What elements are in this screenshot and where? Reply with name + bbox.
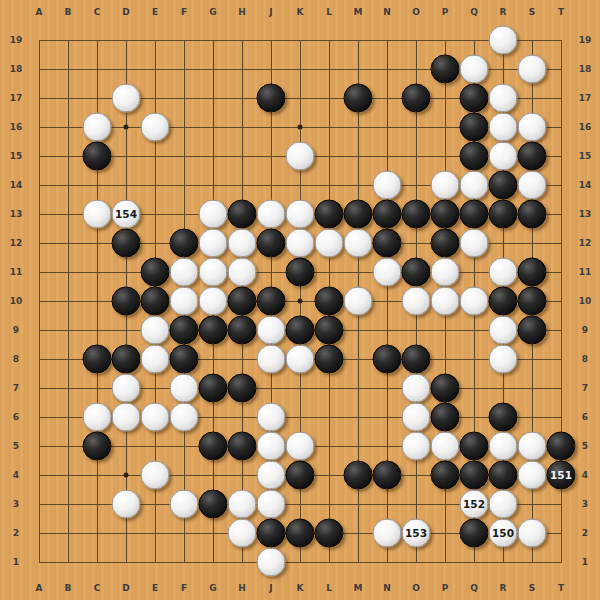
intersection-H1[interactable]: [228, 548, 257, 577]
intersection-O14[interactable]: [402, 171, 431, 200]
intersection-D2[interactable]: [112, 519, 141, 548]
intersection-R18[interactable]: [489, 55, 518, 84]
row-label-right-15: 15: [579, 151, 592, 161]
intersection-F16[interactable]: [170, 113, 199, 142]
intersection-A15[interactable]: [25, 142, 54, 171]
black-stone-Q5: [460, 432, 489, 461]
white-stone-G12: [199, 229, 228, 258]
intersection-K17[interactable]: [286, 84, 315, 113]
intersection-T16[interactable]: [547, 113, 576, 142]
white-stone-F11: [170, 258, 199, 287]
intersection-T2[interactable]: [547, 519, 576, 548]
col-label-bottom-H: H: [238, 583, 246, 593]
intersection-L4[interactable]: [315, 461, 344, 490]
intersection-G1[interactable]: [199, 548, 228, 577]
intersection-P16[interactable]: [431, 113, 460, 142]
intersection-M19[interactable]: [344, 26, 373, 55]
intersection-A10[interactable]: [25, 287, 54, 316]
intersection-T1[interactable]: [547, 548, 576, 577]
intersection-A7[interactable]: [25, 374, 54, 403]
move-number-152: 152: [463, 499, 485, 510]
intersection-C17[interactable]: [83, 84, 112, 113]
intersection-E19[interactable]: [141, 26, 170, 55]
intersection-L3[interactable]: [315, 490, 344, 519]
intersection-O12[interactable]: [402, 229, 431, 258]
intersection-E7[interactable]: [141, 374, 170, 403]
intersection-H19[interactable]: [228, 26, 257, 55]
move-number-151: 151: [550, 470, 572, 481]
black-stone-H9: [228, 316, 257, 345]
white-stone-S18: [518, 55, 547, 84]
intersection-F4[interactable]: [170, 461, 199, 490]
intersection-B4[interactable]: [54, 461, 83, 490]
black-stone-J17: [257, 84, 286, 113]
intersection-K6[interactable]: [286, 403, 315, 432]
intersection-A8[interactable]: [25, 345, 54, 374]
intersection-B6[interactable]: [54, 403, 83, 432]
intersection-H16[interactable]: [228, 113, 257, 142]
intersection-T13[interactable]: [547, 200, 576, 229]
intersection-D14[interactable]: [112, 171, 141, 200]
intersection-M7[interactable]: [344, 374, 373, 403]
intersection-T6[interactable]: [547, 403, 576, 432]
intersection-C14[interactable]: [83, 171, 112, 200]
row-label-right-13: 13: [579, 209, 592, 219]
black-stone-D12: [112, 229, 141, 258]
intersection-J7[interactable]: [257, 374, 286, 403]
white-stone-K15: [286, 142, 315, 171]
intersection-L19[interactable]: [315, 26, 344, 55]
intersection-D9[interactable]: [112, 316, 141, 345]
intersection-A18[interactable]: [25, 55, 54, 84]
intersection-L18[interactable]: [315, 55, 344, 84]
intersection-L5[interactable]: [315, 432, 344, 461]
white-stone-D13: 154: [112, 200, 141, 229]
intersection-K3[interactable]: [286, 490, 315, 519]
intersection-N15[interactable]: [373, 142, 402, 171]
intersection-A19[interactable]: [25, 26, 54, 55]
intersection-C2[interactable]: [83, 519, 112, 548]
intersection-B19[interactable]: [54, 26, 83, 55]
black-stone-S9: [518, 316, 547, 345]
white-stone-F6: [170, 403, 199, 432]
intersection-F1[interactable]: [170, 548, 199, 577]
white-stone-E16: [141, 113, 170, 142]
intersection-C3[interactable]: [83, 490, 112, 519]
intersection-O3[interactable]: [402, 490, 431, 519]
intersection-T9[interactable]: [547, 316, 576, 345]
intersection-K1[interactable]: [286, 548, 315, 577]
intersection-F19[interactable]: [170, 26, 199, 55]
intersection-H14[interactable]: [228, 171, 257, 200]
intersection-D11[interactable]: [112, 258, 141, 287]
intersection-M18[interactable]: [344, 55, 373, 84]
intersection-G18[interactable]: [199, 55, 228, 84]
intersection-C19[interactable]: [83, 26, 112, 55]
intersection-T11[interactable]: [547, 258, 576, 287]
intersection-C1[interactable]: [83, 548, 112, 577]
row-label-left-11: 11: [10, 267, 23, 277]
intersection-A14[interactable]: [25, 171, 54, 200]
black-stone-G3: [199, 490, 228, 519]
intersection-N18[interactable]: [373, 55, 402, 84]
row-label-right-6: 6: [582, 412, 588, 422]
intersection-D19[interactable]: [112, 26, 141, 55]
intersection-C10[interactable]: [83, 287, 112, 316]
intersection-F17[interactable]: [170, 84, 199, 113]
black-stone-M17: [344, 84, 373, 113]
row-label-left-3: 3: [13, 499, 19, 509]
black-stone-H10: [228, 287, 257, 316]
intersection-L6[interactable]: [315, 403, 344, 432]
intersection-F18[interactable]: [170, 55, 199, 84]
intersection-B13[interactable]: [54, 200, 83, 229]
intersection-A6[interactable]: [25, 403, 54, 432]
intersection-F13[interactable]: [170, 200, 199, 229]
white-stone-K13: [286, 200, 315, 229]
intersection-P17[interactable]: [431, 84, 460, 113]
intersection-C7[interactable]: [83, 374, 112, 403]
black-stone-C15: [83, 142, 112, 171]
intersection-M2[interactable]: [344, 519, 373, 548]
col-label-top-S: S: [529, 7, 535, 17]
intersection-S1[interactable]: [518, 548, 547, 577]
intersection-O18[interactable]: [402, 55, 431, 84]
intersection-T15[interactable]: [547, 142, 576, 171]
intersection-A12[interactable]: [25, 229, 54, 258]
intersection-S19[interactable]: [518, 26, 547, 55]
intersection-O19[interactable]: [402, 26, 431, 55]
intersection-E14[interactable]: [141, 171, 170, 200]
intersection-M11[interactable]: [344, 258, 373, 287]
intersection-B16[interactable]: [54, 113, 83, 142]
intersection-O1[interactable]: [402, 548, 431, 577]
black-stone-T5: [547, 432, 576, 461]
black-stone-S11: [518, 258, 547, 287]
intersection-M5[interactable]: [344, 432, 373, 461]
intersection-A11[interactable]: [25, 258, 54, 287]
intersection-J16[interactable]: [257, 113, 286, 142]
intersection-D15[interactable]: [112, 142, 141, 171]
row-label-right-5: 5: [582, 441, 588, 451]
intersection-E3[interactable]: [141, 490, 170, 519]
intersection-T19[interactable]: [547, 26, 576, 55]
intersection-M14[interactable]: [344, 171, 373, 200]
intersection-Q11[interactable]: [460, 258, 489, 287]
row-label-left-14: 14: [10, 180, 23, 190]
row-label-right-3: 3: [582, 499, 588, 509]
intersection-S8[interactable]: [518, 345, 547, 374]
intersection-Q7[interactable]: [460, 374, 489, 403]
col-label-top-R: R: [500, 7, 507, 17]
intersection-O16[interactable]: [402, 113, 431, 142]
intersection-E13[interactable]: [141, 200, 170, 229]
intersection-N17[interactable]: [373, 84, 402, 113]
white-stone-J3: [257, 490, 286, 519]
intersection-K16[interactable]: [286, 113, 315, 142]
intersection-T3[interactable]: [547, 490, 576, 519]
white-stone-P14: [431, 171, 460, 200]
intersection-D1[interactable]: [112, 548, 141, 577]
intersection-S12[interactable]: [518, 229, 547, 258]
intersection-O9[interactable]: [402, 316, 431, 345]
intersection-A4[interactable]: [25, 461, 54, 490]
intersection-E5[interactable]: [141, 432, 170, 461]
intersection-G8[interactable]: [199, 345, 228, 374]
intersection-A17[interactable]: [25, 84, 54, 113]
black-stone-S10: [518, 287, 547, 316]
intersection-E18[interactable]: [141, 55, 170, 84]
col-label-bottom-A: A: [36, 583, 43, 593]
intersection-T8[interactable]: [547, 345, 576, 374]
row-label-right-8: 8: [582, 354, 588, 364]
black-stone-K2: [286, 519, 315, 548]
row-label-right-4: 4: [582, 470, 588, 480]
white-stone-J1: [257, 548, 286, 577]
intersection-C12[interactable]: [83, 229, 112, 258]
row-label-right-19: 19: [579, 35, 592, 45]
black-stone-R14: [489, 171, 518, 200]
intersection-N19[interactable]: [373, 26, 402, 55]
intersection-H17[interactable]: [228, 84, 257, 113]
intersection-B14[interactable]: [54, 171, 83, 200]
intersection-N6[interactable]: [373, 403, 402, 432]
intersection-B18[interactable]: [54, 55, 83, 84]
intersection-A5[interactable]: [25, 432, 54, 461]
intersection-T14[interactable]: [547, 171, 576, 200]
intersection-B8[interactable]: [54, 345, 83, 374]
intersection-Q19[interactable]: [460, 26, 489, 55]
intersection-M15[interactable]: [344, 142, 373, 171]
intersection-J14[interactable]: [257, 171, 286, 200]
intersection-S17[interactable]: [518, 84, 547, 113]
intersection-B9[interactable]: [54, 316, 83, 345]
col-label-top-T: T: [558, 7, 564, 17]
intersection-Q9[interactable]: [460, 316, 489, 345]
intersection-E2[interactable]: [141, 519, 170, 548]
white-stone-R16: [489, 113, 518, 142]
intersection-T18[interactable]: [547, 55, 576, 84]
intersection-H18[interactable]: [228, 55, 257, 84]
intersection-H6[interactable]: [228, 403, 257, 432]
intersection-G15[interactable]: [199, 142, 228, 171]
black-stone-O13: [402, 200, 431, 229]
intersection-N16[interactable]: [373, 113, 402, 142]
intersection-A16[interactable]: [25, 113, 54, 142]
intersection-E15[interactable]: [141, 142, 170, 171]
intersection-O4[interactable]: [402, 461, 431, 490]
intersection-T7[interactable]: [547, 374, 576, 403]
white-stone-G13: [199, 200, 228, 229]
intersection-Q1[interactable]: [460, 548, 489, 577]
intersection-M9[interactable]: [344, 316, 373, 345]
intersection-T10[interactable]: [547, 287, 576, 316]
intersection-L17[interactable]: [315, 84, 344, 113]
intersection-N7[interactable]: [373, 374, 402, 403]
intersection-K14[interactable]: [286, 171, 315, 200]
white-stone-C13: [83, 200, 112, 229]
intersection-C4[interactable]: [83, 461, 112, 490]
intersection-D4[interactable]: [112, 461, 141, 490]
move-number-153: 153: [405, 528, 427, 539]
intersection-K18[interactable]: [286, 55, 315, 84]
intersection-A2[interactable]: [25, 519, 54, 548]
intersection-P9[interactable]: [431, 316, 460, 345]
intersection-T17[interactable]: [547, 84, 576, 113]
black-stone-F12: [170, 229, 199, 258]
white-stone-L12: [315, 229, 344, 258]
intersection-R1[interactable]: [489, 548, 518, 577]
intersection-S3[interactable]: [518, 490, 547, 519]
intersection-N10[interactable]: [373, 287, 402, 316]
col-label-bottom-C: C: [94, 583, 101, 593]
intersection-Q8[interactable]: [460, 345, 489, 374]
white-stone-N2: [373, 519, 402, 548]
black-stone-O17: [402, 84, 431, 113]
white-stone-P10: [431, 287, 460, 316]
intersection-J15[interactable]: [257, 142, 286, 171]
white-stone-D3: [112, 490, 141, 519]
intersection-B7[interactable]: [54, 374, 83, 403]
intersection-P15[interactable]: [431, 142, 460, 171]
intersection-K19[interactable]: [286, 26, 315, 55]
col-label-top-H: H: [238, 7, 246, 17]
intersection-F5[interactable]: [170, 432, 199, 461]
row-label-left-19: 19: [10, 35, 23, 45]
intersection-A3[interactable]: [25, 490, 54, 519]
white-stone-H12: [228, 229, 257, 258]
col-label-top-E: E: [152, 7, 158, 17]
black-stone-K4: [286, 461, 315, 490]
intersection-A9[interactable]: [25, 316, 54, 345]
white-stone-M10: [344, 287, 373, 316]
row-label-left-15: 15: [10, 151, 23, 161]
intersection-F15[interactable]: [170, 142, 199, 171]
intersection-C9[interactable]: [83, 316, 112, 345]
intersection-J19[interactable]: [257, 26, 286, 55]
intersection-L11[interactable]: [315, 258, 344, 287]
intersection-L7[interactable]: [315, 374, 344, 403]
intersection-G17[interactable]: [199, 84, 228, 113]
col-label-top-M: M: [354, 7, 363, 17]
intersection-G14[interactable]: [199, 171, 228, 200]
col-label-bottom-P: P: [442, 583, 449, 593]
intersection-L1[interactable]: [315, 548, 344, 577]
intersection-N9[interactable]: [373, 316, 402, 345]
intersection-E1[interactable]: [141, 548, 170, 577]
intersection-H4[interactable]: [228, 461, 257, 490]
intersection-D16[interactable]: [112, 113, 141, 142]
intersection-B3[interactable]: [54, 490, 83, 519]
intersection-K10[interactable]: [286, 287, 315, 316]
intersection-L15[interactable]: [315, 142, 344, 171]
intersection-B10[interactable]: [54, 287, 83, 316]
intersection-B1[interactable]: [54, 548, 83, 577]
intersection-F14[interactable]: [170, 171, 199, 200]
row-label-left-17: 17: [10, 93, 23, 103]
intersection-C11[interactable]: [83, 258, 112, 287]
intersection-B5[interactable]: [54, 432, 83, 461]
intersection-B17[interactable]: [54, 84, 83, 113]
intersection-B12[interactable]: [54, 229, 83, 258]
black-stone-S15: [518, 142, 547, 171]
intersection-M1[interactable]: [344, 548, 373, 577]
intersection-T12[interactable]: [547, 229, 576, 258]
intersection-P19[interactable]: [431, 26, 460, 55]
intersection-P8[interactable]: [431, 345, 460, 374]
row-label-right-10: 10: [579, 296, 592, 306]
white-stone-Q12: [460, 229, 489, 258]
intersection-H15[interactable]: [228, 142, 257, 171]
intersection-Q6[interactable]: [460, 403, 489, 432]
intersection-E17[interactable]: [141, 84, 170, 113]
intersection-N5[interactable]: [373, 432, 402, 461]
black-stone-L10: [315, 287, 344, 316]
intersection-N3[interactable]: [373, 490, 402, 519]
intersection-B2[interactable]: [54, 519, 83, 548]
intersection-M3[interactable]: [344, 490, 373, 519]
intersection-R7[interactable]: [489, 374, 518, 403]
intersection-G2[interactable]: [199, 519, 228, 548]
intersection-M6[interactable]: [344, 403, 373, 432]
black-stone-R10: [489, 287, 518, 316]
intersection-B11[interactable]: [54, 258, 83, 287]
intersection-G16[interactable]: [199, 113, 228, 142]
col-label-bottom-Q: Q: [470, 583, 478, 593]
intersection-D18[interactable]: [112, 55, 141, 84]
white-stone-R19: [489, 26, 518, 55]
intersection-M8[interactable]: [344, 345, 373, 374]
row-label-right-12: 12: [579, 238, 592, 248]
black-stone-R4: [489, 461, 518, 490]
intersection-F2[interactable]: [170, 519, 199, 548]
intersection-P1[interactable]: [431, 548, 460, 577]
intersection-L14[interactable]: [315, 171, 344, 200]
intersection-A13[interactable]: [25, 200, 54, 229]
intersection-N1[interactable]: [373, 548, 402, 577]
intersection-A1[interactable]: [25, 548, 54, 577]
intersection-R12[interactable]: [489, 229, 518, 258]
intersection-J18[interactable]: [257, 55, 286, 84]
intersection-L16[interactable]: [315, 113, 344, 142]
intersection-M16[interactable]: [344, 113, 373, 142]
intersection-O15[interactable]: [402, 142, 431, 171]
col-label-bottom-N: N: [383, 583, 391, 593]
intersection-D5[interactable]: [112, 432, 141, 461]
intersection-K7[interactable]: [286, 374, 315, 403]
black-stone-O11: [402, 258, 431, 287]
intersection-B15[interactable]: [54, 142, 83, 171]
intersection-G19[interactable]: [199, 26, 228, 55]
col-label-top-P: P: [442, 7, 449, 17]
intersection-G6[interactable]: [199, 403, 228, 432]
intersection-H8[interactable]: [228, 345, 257, 374]
intersection-P2[interactable]: [431, 519, 460, 548]
intersection-C18[interactable]: [83, 55, 112, 84]
black-stone-N13: [373, 200, 402, 229]
intersection-E12[interactable]: [141, 229, 170, 258]
intersection-P3[interactable]: [431, 490, 460, 519]
move-number-154: 154: [115, 209, 137, 220]
intersection-S7[interactable]: [518, 374, 547, 403]
intersection-S6[interactable]: [518, 403, 547, 432]
white-stone-H3: [228, 490, 257, 519]
col-label-top-F: F: [181, 7, 187, 17]
col-label-bottom-G: G: [209, 583, 216, 593]
intersection-G4[interactable]: [199, 461, 228, 490]
intersection-J11[interactable]: [257, 258, 286, 287]
row-label-left-16: 16: [10, 122, 23, 132]
